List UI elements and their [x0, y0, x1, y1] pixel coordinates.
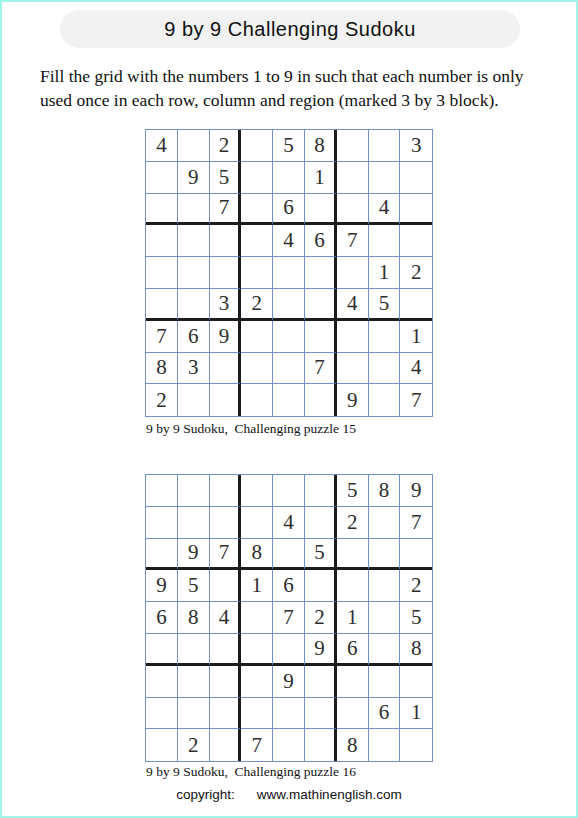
puzzle1-cell-r2c1[interactable] — [146, 162, 178, 194]
puzzle2-cell-r5c7[interactable]: 1 — [337, 602, 369, 634]
puzzle2-cell-r3c8[interactable] — [369, 539, 401, 571]
caption-puzzle-15: 9 by 9 Sudoku, Challenging puzzle 15 — [146, 421, 356, 437]
puzzle2-cell-r3c1[interactable] — [146, 539, 178, 571]
puzzle2-cell-r2c3[interactable] — [210, 507, 242, 539]
puzzle2-cell-r1c6[interactable] — [305, 475, 337, 507]
puzzle2-cell-r4c2[interactable]: 5 — [178, 570, 210, 602]
puzzle1-cell-r2c9[interactable] — [400, 162, 432, 194]
puzzle1-cell-r4c7[interactable]: 7 — [337, 225, 369, 257]
puzzle1-cell-r8c5[interactable] — [273, 353, 305, 385]
puzzle1-cell-r7c6[interactable] — [305, 321, 337, 353]
puzzle2-cell-r4c1[interactable]: 9 — [146, 570, 178, 602]
puzzle2-cell-r8c5[interactable] — [273, 698, 305, 730]
puzzle1-cell-r7c2[interactable]: 6 — [178, 321, 210, 353]
puzzle2-cell-r7c3[interactable] — [210, 666, 242, 698]
puzzle1-cell-r4c3[interactable] — [210, 225, 242, 257]
puzzle1-cell-r3c2[interactable] — [178, 194, 210, 226]
puzzle2-cell-r6c1[interactable] — [146, 634, 178, 666]
puzzle1-cell-r1c3[interactable]: 2 — [210, 130, 242, 162]
puzzle1-cell-r7c9[interactable]: 1 — [400, 321, 432, 353]
puzzle2-cell-r3c2[interactable]: 9 — [178, 539, 210, 571]
puzzle1-cell-r6c9[interactable] — [400, 289, 432, 321]
puzzle2-cell-r6c4[interactable] — [241, 634, 273, 666]
puzzle1-cell-r5c8[interactable]: 1 — [369, 257, 401, 289]
puzzle1-cell-r3c5[interactable]: 6 — [273, 194, 305, 226]
puzzle2-cell-r2c4[interactable] — [241, 507, 273, 539]
puzzle1-cell-r7c1[interactable]: 7 — [146, 321, 178, 353]
puzzle2-cell-r5c1[interactable]: 6 — [146, 602, 178, 634]
puzzle1-cell-r5c4[interactable] — [241, 257, 273, 289]
puzzle2-cell-r9c3[interactable] — [210, 729, 242, 761]
puzzle2-cell-r8c1[interactable] — [146, 698, 178, 730]
puzzle1-cell-r6c6[interactable] — [305, 289, 337, 321]
puzzle2-cell-r2c9[interactable]: 7 — [400, 507, 432, 539]
puzzle2-cell-r2c8[interactable] — [369, 507, 401, 539]
puzzle1-cell-r9c5[interactable] — [273, 384, 305, 416]
copyright-url: www.mathinenglish.com — [257, 787, 402, 802]
puzzle2-cell-r3c3[interactable]: 7 — [210, 539, 242, 571]
puzzle2-cell-r7c5[interactable]: 9 — [273, 666, 305, 698]
puzzle2-cell-r7c7[interactable] — [337, 666, 369, 698]
puzzle2-cell-r7c8[interactable] — [369, 666, 401, 698]
puzzle2-cell-r3c7[interactable] — [337, 539, 369, 571]
puzzle2-cell-r5c8[interactable] — [369, 602, 401, 634]
puzzle2-cell-r6c5[interactable] — [273, 634, 305, 666]
puzzle2-cell-r1c2[interactable] — [178, 475, 210, 507]
worksheet-page: 9 by 9 Challenging Sudoku Fill the grid … — [0, 0, 578, 818]
puzzle1-cell-r5c5[interactable] — [273, 257, 305, 289]
puzzle1-cell-r7c8[interactable] — [369, 321, 401, 353]
puzzle1-cell-r1c7[interactable] — [337, 130, 369, 162]
puzzle2-cell-r2c7[interactable]: 2 — [337, 507, 369, 539]
puzzle1-cell-r3c1[interactable] — [146, 194, 178, 226]
puzzle1-cell-r5c3[interactable] — [210, 257, 242, 289]
puzzle2-cell-r7c6[interactable] — [305, 666, 337, 698]
puzzle1-cell-r4c6[interactable]: 6 — [305, 225, 337, 257]
puzzle1-cell-r7c3[interactable]: 9 — [210, 321, 242, 353]
puzzle2-cell-r3c9[interactable] — [400, 539, 432, 571]
puzzle2-cell-r8c7[interactable] — [337, 698, 369, 730]
puzzle1-cell-r1c4[interactable] — [241, 130, 273, 162]
puzzle1-cell-r8c1[interactable]: 8 — [146, 353, 178, 385]
puzzle2-cell-r6c8[interactable] — [369, 634, 401, 666]
puzzle1-cell-r5c6[interactable] — [305, 257, 337, 289]
puzzle2-cell-r8c3[interactable] — [210, 698, 242, 730]
puzzle2-cell-r9c4[interactable]: 7 — [241, 729, 273, 761]
puzzle1-cell-r3c6[interactable] — [305, 194, 337, 226]
puzzle1-cell-r1c1[interactable]: 4 — [146, 130, 178, 162]
puzzle1-cell-r8c4[interactable] — [241, 353, 273, 385]
puzzle1-cell-r3c4[interactable] — [241, 194, 273, 226]
puzzle2-cell-r8c4[interactable] — [241, 698, 273, 730]
puzzle2-cell-r1c7[interactable]: 5 — [337, 475, 369, 507]
puzzle2-cell-r7c9[interactable] — [400, 666, 432, 698]
puzzle2-cell-r7c1[interactable] — [146, 666, 178, 698]
puzzle1-cell-r6c5[interactable] — [273, 289, 305, 321]
puzzle2-cell-r1c5[interactable] — [273, 475, 305, 507]
puzzle2-cell-r5c2[interactable]: 8 — [178, 602, 210, 634]
page-title: 9 by 9 Challenging Sudoku — [164, 18, 416, 41]
puzzle2-cell-r5c6[interactable]: 2 — [305, 602, 337, 634]
instructions: Fill the grid with the numbers 1 to 9 in… — [40, 64, 555, 112]
puzzle2-cell-r3c4[interactable]: 8 — [241, 539, 273, 571]
puzzle1-cell-r2c6[interactable]: 1 — [305, 162, 337, 194]
puzzle2-cell-r5c5[interactable]: 7 — [273, 602, 305, 634]
puzzle2-cell-r4c4[interactable]: 1 — [241, 570, 273, 602]
puzzle2-cell-r7c2[interactable] — [178, 666, 210, 698]
puzzle1-cell-r4c9[interactable] — [400, 225, 432, 257]
puzzle1-cell-r4c5[interactable]: 4 — [273, 225, 305, 257]
puzzle1-cell-r3c9[interactable] — [400, 194, 432, 226]
puzzle1-cell-r2c3[interactable]: 5 — [210, 162, 242, 194]
puzzle1-cell-r9c4[interactable] — [241, 384, 273, 416]
puzzle2-cell-r3c6[interactable]: 5 — [305, 539, 337, 571]
puzzle2-cell-r4c7[interactable] — [337, 570, 369, 602]
puzzle1-cell-r9c3[interactable] — [210, 384, 242, 416]
instructions-line-1: Fill the grid with the numbers 1 to 9 in… — [40, 64, 555, 88]
puzzle1-cell-r6c2[interactable] — [178, 289, 210, 321]
puzzle2-cell-r6c2[interactable] — [178, 634, 210, 666]
puzzle1-cell-r4c1[interactable] — [146, 225, 178, 257]
puzzle2-cell-r8c9[interactable]: 1 — [400, 698, 432, 730]
puzzle1-cell-r4c4[interactable] — [241, 225, 273, 257]
puzzle1-cell-r6c1[interactable] — [146, 289, 178, 321]
puzzle2-cell-r1c4[interactable] — [241, 475, 273, 507]
puzzle1-cell-r5c2[interactable] — [178, 257, 210, 289]
puzzle1-cell-r9c7[interactable]: 9 — [337, 384, 369, 416]
puzzle1-cell-r1c6[interactable]: 8 — [305, 130, 337, 162]
puzzle2-cell-r2c1[interactable] — [146, 507, 178, 539]
puzzle2-cell-r2c5[interactable]: 4 — [273, 507, 305, 539]
puzzle1-cell-r6c3[interactable]: 3 — [210, 289, 242, 321]
caption-puzzle-16: 9 by 9 Sudoku, Challenging puzzle 16 — [146, 764, 356, 780]
puzzle1-cell-r2c8[interactable] — [369, 162, 401, 194]
puzzle1-cell-r6c8[interactable]: 5 — [369, 289, 401, 321]
puzzle2-cell-r3c5[interactable] — [273, 539, 305, 571]
puzzle2-cell-r5c3[interactable]: 4 — [210, 602, 242, 634]
puzzle2-cell-r5c9[interactable]: 5 — [400, 602, 432, 634]
puzzle1-cell-r1c8[interactable] — [369, 130, 401, 162]
puzzle2-cell-r4c6[interactable] — [305, 570, 337, 602]
instructions-line-2: used once in each row, column and region… — [40, 88, 555, 112]
puzzle2-cell-r6c6[interactable]: 9 — [305, 634, 337, 666]
footer: copyright:www.mathinenglish.com — [2, 787, 576, 802]
puzzle1-cell-r5c1[interactable] — [146, 257, 178, 289]
puzzle2-cell-r2c2[interactable] — [178, 507, 210, 539]
puzzle1-cell-r2c4[interactable] — [241, 162, 273, 194]
sudoku-grid-puzzle-15: 4258395176446712324576918374297 — [145, 129, 433, 417]
puzzle2-cell-r6c9[interactable]: 8 — [400, 634, 432, 666]
puzzle2-cell-r1c1[interactable] — [146, 475, 178, 507]
puzzle2-cell-r9c6[interactable] — [305, 729, 337, 761]
puzzle1-cell-r2c7[interactable] — [337, 162, 369, 194]
puzzle1-cell-r8c9[interactable]: 4 — [400, 353, 432, 385]
puzzle1-cell-r3c3[interactable]: 7 — [210, 194, 242, 226]
puzzle1-cell-r8c3[interactable] — [210, 353, 242, 385]
puzzle1-cell-r9c2[interactable] — [178, 384, 210, 416]
puzzle2-cell-r8c8[interactable]: 6 — [369, 698, 401, 730]
puzzle1-cell-r8c7[interactable] — [337, 353, 369, 385]
copyright-label: copyright: — [176, 787, 235, 802]
puzzle1-cell-r5c9[interactable]: 2 — [400, 257, 432, 289]
puzzle2-cell-r9c8[interactable] — [369, 729, 401, 761]
puzzle1-cell-r8c8[interactable] — [369, 353, 401, 385]
puzzle2-cell-r6c3[interactable] — [210, 634, 242, 666]
puzzle2-cell-r5c4[interactable] — [241, 602, 273, 634]
puzzle1-cell-r5c7[interactable] — [337, 257, 369, 289]
puzzle1-cell-r7c4[interactable] — [241, 321, 273, 353]
puzzle1-cell-r7c7[interactable] — [337, 321, 369, 353]
puzzle2-cell-r9c2[interactable]: 2 — [178, 729, 210, 761]
puzzle1-cell-r9c1[interactable]: 2 — [146, 384, 178, 416]
puzzle1-cell-r2c5[interactable] — [273, 162, 305, 194]
puzzle1-cell-r1c5[interactable]: 5 — [273, 130, 305, 162]
puzzle1-cell-r4c8[interactable] — [369, 225, 401, 257]
puzzle1-cell-r6c7[interactable]: 4 — [337, 289, 369, 321]
puzzle2-cell-r1c9[interactable]: 9 — [400, 475, 432, 507]
puzzle1-cell-r6c4[interactable]: 2 — [241, 289, 273, 321]
puzzle2-cell-r4c8[interactable] — [369, 570, 401, 602]
puzzle2-cell-r9c7[interactable]: 8 — [337, 729, 369, 761]
puzzle2-cell-r9c5[interactable] — [273, 729, 305, 761]
puzzle1-cell-r1c9[interactable]: 3 — [400, 130, 432, 162]
puzzle2-cell-r4c9[interactable]: 2 — [400, 570, 432, 602]
puzzle1-cell-r1c2[interactable] — [178, 130, 210, 162]
puzzle2-cell-r4c3[interactable] — [210, 570, 242, 602]
puzzle2-cell-r8c2[interactable] — [178, 698, 210, 730]
sudoku-grid-puzzle-16: 5894279785951626847215968961278 — [145, 474, 433, 762]
puzzle1-cell-r3c7[interactable] — [337, 194, 369, 226]
puzzle2-cell-r4c5[interactable]: 6 — [273, 570, 305, 602]
puzzle1-cell-r3c8[interactable]: 4 — [369, 194, 401, 226]
puzzle2-cell-r9c1[interactable] — [146, 729, 178, 761]
page-title-pill: 9 by 9 Challenging Sudoku — [60, 10, 520, 48]
puzzle2-cell-r1c3[interactable] — [210, 475, 242, 507]
puzzle1-cell-r2c2[interactable]: 9 — [178, 162, 210, 194]
puzzle1-cell-r9c8[interactable] — [369, 384, 401, 416]
puzzle2-cell-r8c6[interactable] — [305, 698, 337, 730]
puzzle2-cell-r2c6[interactable] — [305, 507, 337, 539]
puzzle2-cell-r7c4[interactable] — [241, 666, 273, 698]
puzzle1-cell-r7c5[interactable] — [273, 321, 305, 353]
puzzle1-cell-r8c6[interactable]: 7 — [305, 353, 337, 385]
puzzle1-cell-r9c9[interactable]: 7 — [400, 384, 432, 416]
puzzle2-cell-r6c7[interactable]: 6 — [337, 634, 369, 666]
puzzle2-cell-r9c9[interactable] — [400, 729, 432, 761]
puzzle1-cell-r4c2[interactable] — [178, 225, 210, 257]
puzzle1-cell-r9c6[interactable] — [305, 384, 337, 416]
puzzle2-cell-r1c8[interactable]: 8 — [369, 475, 401, 507]
puzzle1-cell-r8c2[interactable]: 3 — [178, 353, 210, 385]
